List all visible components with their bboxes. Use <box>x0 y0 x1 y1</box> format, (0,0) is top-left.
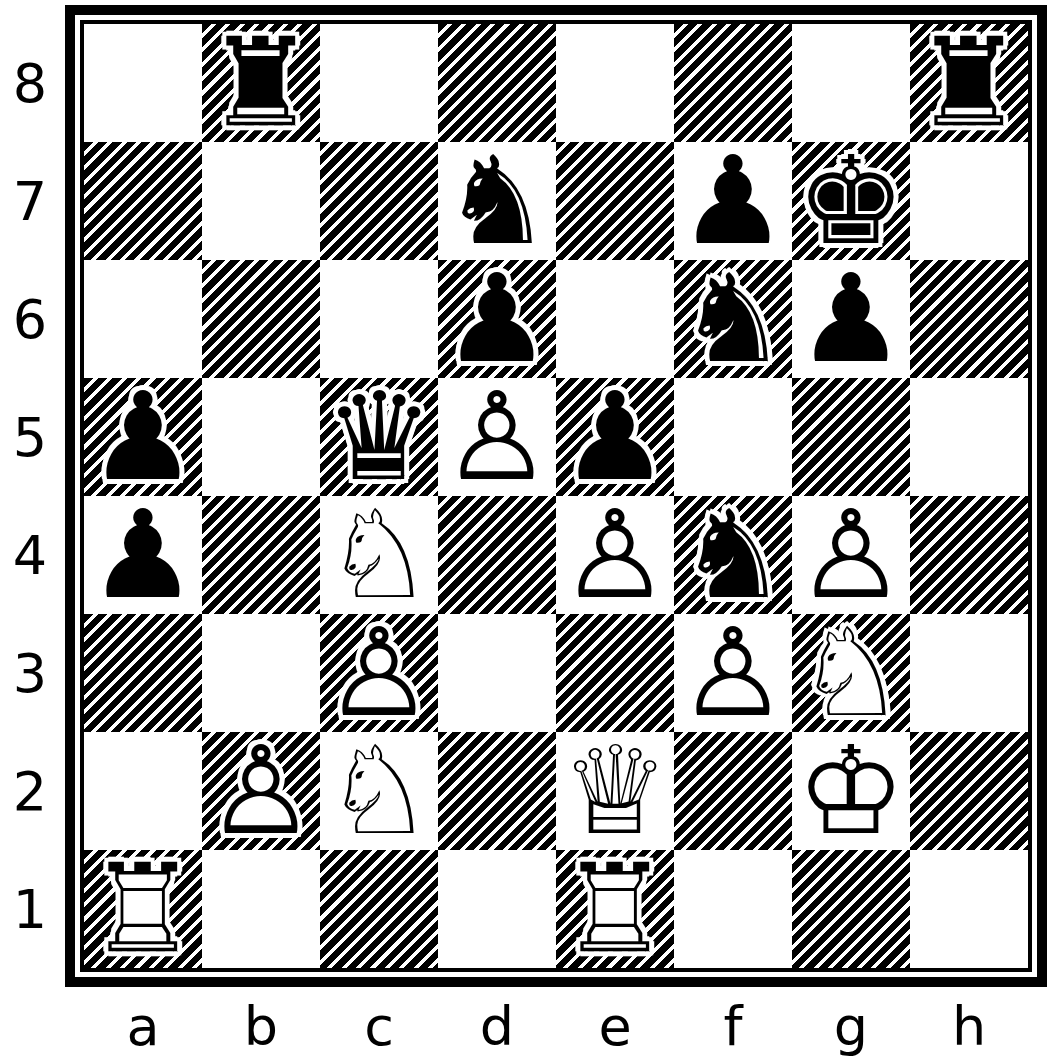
piece-white-knight: ♞♘ <box>320 496 438 614</box>
square-a7[interactable] <box>84 142 202 260</box>
square-d8[interactable] <box>438 24 556 142</box>
square-d2[interactable] <box>438 732 556 850</box>
square-b8[interactable]: ♜ <box>202 24 320 142</box>
piece-black-knight: ♞ <box>674 496 792 614</box>
piece-outline-layer: ♖ <box>84 850 202 968</box>
square-d3[interactable] <box>438 614 556 732</box>
piece-black-king: ♚ <box>792 142 910 260</box>
square-h4[interactable] <box>910 496 1028 614</box>
piece-outline-layer: ♘ <box>320 496 438 614</box>
file-label-d: d <box>438 992 556 1060</box>
piece-outline-layer: ♙ <box>674 614 792 732</box>
square-f1[interactable] <box>674 850 792 968</box>
file-label-a: a <box>84 992 202 1060</box>
piece-white-queen: ♛♕ <box>556 732 674 850</box>
piece-outline-layer: ♙ <box>320 614 438 732</box>
square-b2[interactable]: ♟♙ <box>202 732 320 850</box>
rank-label-7: 7 <box>0 142 60 260</box>
square-g4[interactable]: ♟♙ <box>792 496 910 614</box>
piece-black-pawn: ♟ <box>438 260 556 378</box>
chess-board: ♜♜♞♟♚♟♞♟♟♛♟♙♟♟♞♘♟♙♞♟♙♟♙♟♙♞♘♟♙♞♘♛♕♚♔♜♖♜♖ <box>84 24 1028 968</box>
piece-glyph: ♛ <box>320 378 438 496</box>
file-label-e: e <box>556 992 674 1060</box>
square-f3[interactable]: ♟♙ <box>674 614 792 732</box>
piece-glyph: ♞ <box>674 260 792 378</box>
rank-labels: 87654321 <box>0 24 60 968</box>
piece-white-knight: ♞♘ <box>792 614 910 732</box>
square-b4[interactable] <box>202 496 320 614</box>
square-b3[interactable] <box>202 614 320 732</box>
square-e3[interactable] <box>556 614 674 732</box>
square-a5[interactable]: ♟ <box>84 378 202 496</box>
piece-outline-layer: ♘ <box>320 732 438 850</box>
square-f4[interactable]: ♞ <box>674 496 792 614</box>
piece-white-pawn: ♟♙ <box>320 614 438 732</box>
board-frame: ♜♜♞♟♚♟♞♟♟♛♟♙♟♟♞♘♟♙♞♟♙♟♙♟♙♞♘♟♙♞♘♛♕♚♔♜♖♜♖ <box>65 5 1047 987</box>
square-c6[interactable] <box>320 260 438 378</box>
square-d7[interactable]: ♞ <box>438 142 556 260</box>
square-h5[interactable] <box>910 378 1028 496</box>
piece-white-knight: ♞♘ <box>320 732 438 850</box>
rank-label-3: 3 <box>0 614 60 732</box>
piece-black-knight: ♞ <box>438 142 556 260</box>
rank-label-5: 5 <box>0 378 60 496</box>
square-e7[interactable] <box>556 142 674 260</box>
piece-glyph: ♟ <box>792 260 910 378</box>
piece-glyph: ♜ <box>202 24 320 142</box>
piece-white-pawn: ♟♙ <box>556 496 674 614</box>
square-c1[interactable] <box>320 850 438 968</box>
piece-black-knight: ♞ <box>674 260 792 378</box>
square-h7[interactable] <box>910 142 1028 260</box>
piece-outline-layer: ♙ <box>438 378 556 496</box>
piece-black-rook: ♜ <box>910 24 1028 142</box>
square-g7[interactable]: ♚ <box>792 142 910 260</box>
file-label-f: f <box>674 992 792 1060</box>
piece-white-king: ♚♔ <box>792 732 910 850</box>
file-label-g: g <box>792 992 910 1060</box>
square-d6[interactable]: ♟ <box>438 260 556 378</box>
piece-glyph: ♟ <box>674 142 792 260</box>
square-e2[interactable]: ♛♕ <box>556 732 674 850</box>
piece-white-rook: ♜♖ <box>556 850 674 968</box>
square-a3[interactable] <box>84 614 202 732</box>
file-label-c: c <box>320 992 438 1060</box>
square-g6[interactable]: ♟ <box>792 260 910 378</box>
square-g3[interactable]: ♞♘ <box>792 614 910 732</box>
square-d5[interactable]: ♟♙ <box>438 378 556 496</box>
square-b7[interactable] <box>202 142 320 260</box>
piece-glyph: ♟ <box>84 378 202 496</box>
rank-label-1: 1 <box>0 850 60 968</box>
piece-white-rook: ♜♖ <box>84 850 202 968</box>
piece-outline-layer: ♖ <box>556 850 674 968</box>
piece-outline-layer: ♔ <box>792 732 910 850</box>
square-a4[interactable]: ♟ <box>84 496 202 614</box>
rank-label-6: 6 <box>0 260 60 378</box>
rank-label-8: 8 <box>0 24 60 142</box>
square-a1[interactable]: ♜♖ <box>84 850 202 968</box>
square-e4[interactable]: ♟♙ <box>556 496 674 614</box>
piece-black-pawn: ♟ <box>556 378 674 496</box>
square-f2[interactable] <box>674 732 792 850</box>
square-d4[interactable] <box>438 496 556 614</box>
square-e5[interactable]: ♟ <box>556 378 674 496</box>
piece-glyph: ♟ <box>438 260 556 378</box>
piece-white-pawn: ♟♙ <box>674 614 792 732</box>
square-e1[interactable]: ♜♖ <box>556 850 674 968</box>
square-h8[interactable]: ♜ <box>910 24 1028 142</box>
file-label-b: b <box>202 992 320 1060</box>
square-h2[interactable] <box>910 732 1028 850</box>
square-f8[interactable] <box>674 24 792 142</box>
piece-glyph: ♟ <box>84 496 202 614</box>
square-d1[interactable] <box>438 850 556 968</box>
square-c5[interactable]: ♛ <box>320 378 438 496</box>
square-a2[interactable] <box>84 732 202 850</box>
rank-label-2: 2 <box>0 732 60 850</box>
square-f7[interactable]: ♟ <box>674 142 792 260</box>
chess-diagram-page: 87654321 ♜♜♞♟♚♟♞♟♟♛♟♙♟♟♞♘♟♙♞♟♙♟♙♟♙♞♘♟♙♞♘… <box>0 0 1048 1063</box>
square-a8[interactable] <box>84 24 202 142</box>
square-h1[interactable] <box>910 850 1028 968</box>
square-c4[interactable]: ♞♘ <box>320 496 438 614</box>
square-c2[interactable]: ♞♘ <box>320 732 438 850</box>
square-c3[interactable]: ♟♙ <box>320 614 438 732</box>
piece-white-pawn: ♟♙ <box>202 732 320 850</box>
square-e8[interactable] <box>556 24 674 142</box>
piece-white-pawn: ♟♙ <box>438 378 556 496</box>
square-e6[interactable] <box>556 260 674 378</box>
file-labels: abcdefgh <box>84 992 1028 1060</box>
square-a6[interactable] <box>84 260 202 378</box>
square-c7[interactable] <box>320 142 438 260</box>
piece-outline-layer: ♕ <box>556 732 674 850</box>
piece-outline-layer: ♘ <box>792 614 910 732</box>
board-inner-border: ♜♜♞♟♚♟♞♟♟♛♟♙♟♟♞♘♟♙♞♟♙♟♙♟♙♞♘♟♙♞♘♛♕♚♔♜♖♜♖ <box>80 20 1032 972</box>
square-g2[interactable]: ♚♔ <box>792 732 910 850</box>
piece-outline-layer: ♙ <box>556 496 674 614</box>
piece-black-pawn: ♟ <box>84 496 202 614</box>
square-h6[interactable] <box>910 260 1028 378</box>
piece-glyph: ♞ <box>674 496 792 614</box>
piece-outline-layer: ♙ <box>792 496 910 614</box>
piece-glyph: ♜ <box>910 24 1028 142</box>
square-b1[interactable] <box>202 850 320 968</box>
piece-black-rook: ♜ <box>202 24 320 142</box>
piece-black-pawn: ♟ <box>84 378 202 496</box>
square-f6[interactable]: ♞ <box>674 260 792 378</box>
piece-glyph: ♚ <box>792 142 910 260</box>
square-g5[interactable] <box>792 378 910 496</box>
square-g1[interactable] <box>792 850 910 968</box>
piece-black-pawn: ♟ <box>792 260 910 378</box>
piece-glyph: ♞ <box>438 142 556 260</box>
piece-black-pawn: ♟ <box>674 142 792 260</box>
square-b5[interactable] <box>202 378 320 496</box>
file-label-h: h <box>910 992 1028 1060</box>
square-f5[interactable] <box>674 378 792 496</box>
piece-glyph: ♟ <box>556 378 674 496</box>
square-g8[interactable] <box>792 24 910 142</box>
square-b6[interactable] <box>202 260 320 378</box>
piece-outline-layer: ♙ <box>202 732 320 850</box>
piece-black-queen: ♛ <box>320 378 438 496</box>
piece-white-pawn: ♟♙ <box>792 496 910 614</box>
square-h3[interactable] <box>910 614 1028 732</box>
square-c8[interactable] <box>320 24 438 142</box>
rank-label-4: 4 <box>0 496 60 614</box>
